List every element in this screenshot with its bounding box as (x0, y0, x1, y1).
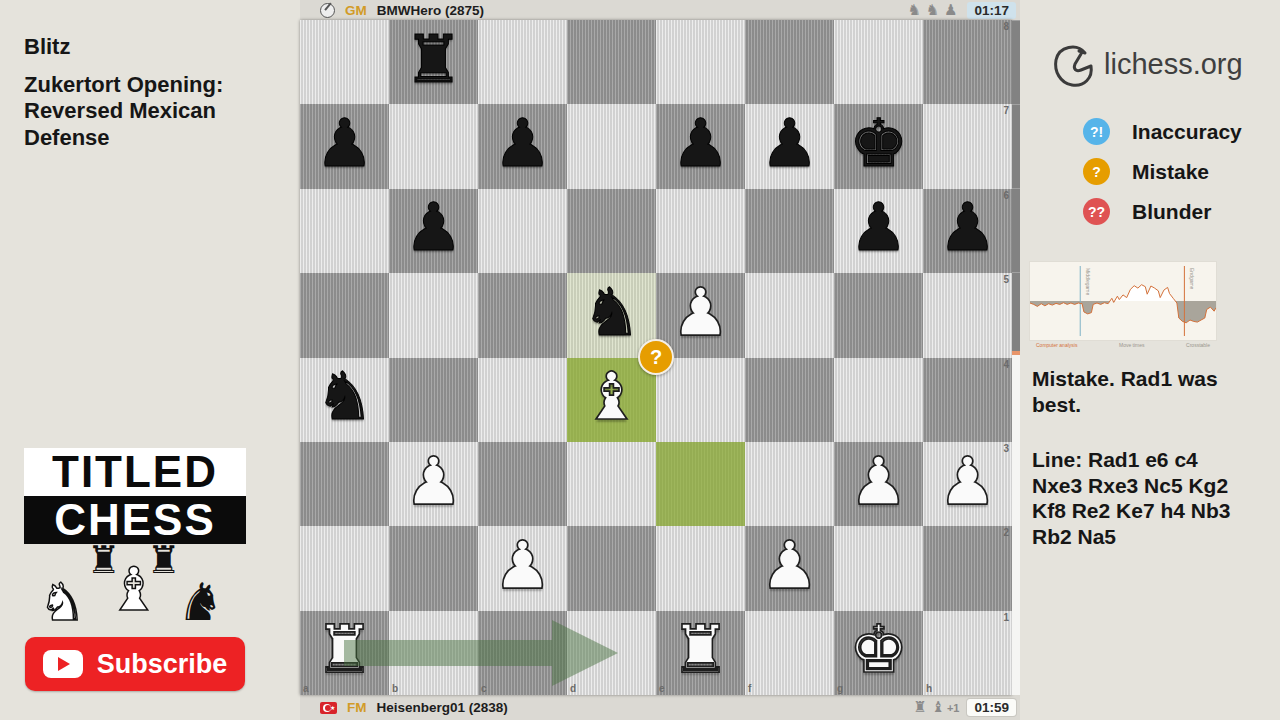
piece-white-pawn-f2[interactable]: ♟ (745, 526, 834, 610)
svg-text:Middlegame: Middlegame (1085, 268, 1091, 295)
square-f2[interactable]: ♟ (745, 526, 834, 610)
top-player-name[interactable]: BMWHero (2875) (377, 3, 484, 18)
square-h4[interactable]: 4 (923, 358, 1012, 442)
advantage-chart[interactable]: MiddlegameEndgame (1030, 262, 1216, 340)
piece-black-rook-b8[interactable]: ♜ (389, 20, 478, 104)
top-player-title: GM (345, 3, 367, 18)
square-h1[interactable]: h1 (923, 611, 1012, 695)
piece-black-pawn-b6[interactable]: ♟ (389, 189, 478, 273)
square-h3[interactable]: ♟3 (923, 442, 1012, 526)
square-g2[interactable] (834, 526, 923, 610)
rank-label-7: 7 (1003, 105, 1009, 116)
square-g7[interactable]: ♚ (834, 104, 923, 188)
square-d7[interactable] (567, 104, 656, 188)
square-d8[interactable] (567, 20, 656, 104)
square-g4[interactable] (834, 358, 923, 442)
file-label-g: g (837, 683, 843, 694)
square-a3[interactable] (300, 442, 389, 526)
square-h7[interactable]: 7 (923, 104, 1012, 188)
site-name-label: lichess.org (1104, 48, 1243, 81)
square-b5[interactable] (389, 273, 478, 357)
square-a5[interactable] (300, 273, 389, 357)
rank-label-2: 2 (1003, 527, 1009, 538)
top-captured-pieces: ♞ ♞ ♟ (908, 3, 958, 18)
square-a2[interactable] (300, 526, 389, 610)
square-c2[interactable]: ♟ (478, 526, 567, 610)
square-f5[interactable] (745, 273, 834, 357)
piece-black-king-g7[interactable]: ♚ (834, 104, 923, 188)
rank-label-4: 4 (1003, 359, 1009, 370)
piece-white-pawn-h3[interactable]: ♟ (923, 442, 1012, 526)
square-f8[interactable] (745, 20, 834, 104)
square-c5[interactable] (478, 273, 567, 357)
square-h6[interactable]: ♟6 (923, 189, 1012, 273)
bottom-captured-pieces: ♜ ♝ (913, 700, 945, 715)
square-f7[interactable]: ♟ (745, 104, 834, 188)
bottom-player-bar: ★ FM Heisenberg01 (2838) ♜ ♝ +1 01:59 (300, 695, 1020, 720)
legend-inaccuracy-label: Inaccuracy (1132, 120, 1242, 144)
square-g6[interactable]: ♟ (834, 189, 923, 273)
tab-crosstable[interactable]: Crosstable (1186, 342, 1210, 348)
file-label-h: h (926, 683, 932, 694)
chess-pieces-emblem-icon: ♜ ♜ ♝ ♞ ♞ (35, 546, 235, 630)
square-e2[interactable] (656, 526, 745, 610)
piece-black-pawn-c7[interactable]: ♟ (478, 104, 567, 188)
square-b2[interactable] (389, 526, 478, 610)
channel-logo-top-text: TITLED (24, 448, 246, 496)
piece-black-pawn-e7[interactable]: ♟ (656, 104, 745, 188)
mistake-glyph-badge: ? (638, 339, 674, 375)
square-f6[interactable] (745, 189, 834, 273)
tab-computer-analysis[interactable]: Computer analysis (1036, 342, 1077, 348)
square-a4[interactable]: ♞ (300, 358, 389, 442)
square-h2[interactable]: 2 (923, 526, 1012, 610)
square-b1[interactable]: b (389, 611, 478, 695)
square-d3[interactable] (567, 442, 656, 526)
subscribe-button-label: Subscribe (97, 649, 228, 680)
square-c7[interactable]: ♟ (478, 104, 567, 188)
square-b4[interactable] (389, 358, 478, 442)
file-label-a: a (303, 683, 309, 694)
bottom-player-name[interactable]: Heisenberg01 (2838) (377, 700, 508, 715)
square-f3[interactable] (745, 442, 834, 526)
opening-name-label: Zukertort Opening: Reversed Mexican Defe… (24, 72, 274, 151)
legend-inaccuracy-icon: ?! (1083, 118, 1110, 145)
judgment-legend: ?!Inaccuracy?Mistake??Blunder (1083, 118, 1242, 225)
square-c3[interactable] (478, 442, 567, 526)
emblem-knight-right-icon: ♞ (177, 572, 224, 632)
emblem-knight-left-icon: ♞ (39, 572, 86, 632)
tab-move-times[interactable]: Move times (1119, 342, 1145, 348)
evaluation-bar-black-part (1012, 20, 1020, 353)
square-b7[interactable] (389, 104, 478, 188)
analysis-tabs: Computer analysisMove timesCrosstable (1030, 342, 1216, 348)
piece-white-king-g1[interactable]: ♚ (834, 611, 923, 695)
game-type-label: Blitz (24, 34, 70, 60)
legend-blunder-icon: ?? (1083, 198, 1110, 225)
engine-line-text: Line: Rad1 e6 c4 Nxe3 Rxe3 Nc5 Kg2 Kf8 R… (1032, 447, 1250, 549)
bottom-player-clock: 01:59 (967, 699, 1016, 716)
file-label-b: b (392, 683, 398, 694)
legend-row-blunder: ??Blunder (1083, 198, 1242, 225)
file-label-c: c (481, 683, 487, 694)
piece-black-pawn-g6[interactable]: ♟ (834, 189, 923, 273)
bottom-material-diff: +1 (947, 702, 960, 714)
rank-label-6: 6 (1003, 190, 1009, 201)
square-g8[interactable] (834, 20, 923, 104)
square-f1[interactable]: f (745, 611, 834, 695)
square-g1[interactable]: ♚g (834, 611, 923, 695)
chess-board[interactable]: ? ♜8♟♟♟♟♚7♟♟♟6♞♟5♞♝4♟♟♟3♟♟2♜abcd♜ef♚gh1 (300, 20, 1012, 695)
rank-label-1: 1 (1003, 612, 1009, 623)
square-c1[interactable]: c (478, 611, 567, 695)
square-b8[interactable]: ♜ (389, 20, 478, 104)
square-e8[interactable] (656, 20, 745, 104)
square-d1[interactable]: d (567, 611, 656, 695)
square-c4[interactable] (478, 358, 567, 442)
emblem-bishop-icon: ♝ (107, 554, 161, 624)
channel-logo: TITLED CHESS (24, 448, 246, 544)
bottom-player-title: FM (347, 700, 367, 715)
square-h5[interactable]: 5 (923, 273, 1012, 357)
player-flair-icon (320, 3, 335, 18)
piece-black-pawn-h6[interactable]: ♟ (923, 189, 1012, 273)
square-a8[interactable] (300, 20, 389, 104)
top-player-bar: GM BMWHero (2875) ♞ ♞ ♟ 01:17 (300, 0, 1020, 20)
file-label-f: f (748, 683, 751, 694)
svg-text:Endgame: Endgame (1189, 268, 1195, 290)
rank-label-8: 8 (1003, 21, 1009, 32)
square-f4[interactable] (745, 358, 834, 442)
legend-mistake-icon: ? (1083, 158, 1110, 185)
piece-white-rook-a1[interactable]: ♜ (300, 611, 389, 695)
top-player-clock: 01:17 (967, 2, 1016, 19)
judgment-text: Mistake. Rad1 was best. (1032, 366, 1247, 417)
square-c8[interactable] (478, 20, 567, 104)
file-label-d: d (570, 683, 576, 694)
piece-black-knight-a4[interactable]: ♞ (300, 358, 389, 442)
square-h8[interactable]: 8 (923, 20, 1012, 104)
piece-white-rook-e1[interactable]: ♜ (656, 611, 745, 695)
square-d6[interactable] (567, 189, 656, 273)
square-b3[interactable]: ♟ (389, 442, 478, 526)
square-e3[interactable] (656, 442, 745, 526)
square-g3[interactable]: ♟ (834, 442, 923, 526)
evaluation-bar-marker (1012, 351, 1020, 355)
square-c6[interactable] (478, 189, 567, 273)
legend-row-mistake: ?Mistake (1083, 158, 1242, 185)
legend-mistake-label: Mistake (1132, 160, 1209, 184)
square-a1[interactable]: ♜a (300, 611, 389, 695)
piece-black-pawn-f7[interactable]: ♟ (745, 104, 834, 188)
file-label-e: e (659, 683, 665, 694)
square-d4[interactable]: ♝ (567, 358, 656, 442)
legend-blunder-label: Blunder (1132, 200, 1211, 224)
channel-logo-bottom-text: CHESS (24, 496, 246, 544)
square-e7[interactable]: ♟ (656, 104, 745, 188)
square-a7[interactable]: ♟ (300, 104, 389, 188)
square-a6[interactable] (300, 189, 389, 273)
rank-label-5: 5 (1003, 274, 1009, 285)
lichess-knight-icon (1048, 40, 1098, 90)
square-e6[interactable] (656, 189, 745, 273)
highlight-e3 (656, 442, 745, 526)
square-b6[interactable]: ♟ (389, 189, 478, 273)
square-d2[interactable] (567, 526, 656, 610)
square-e4[interactable] (656, 358, 745, 442)
piece-white-pawn-b3[interactable]: ♟ (389, 442, 478, 526)
rank-label-3: 3 (1003, 443, 1009, 454)
subscribe-button[interactable]: Subscribe (25, 637, 245, 691)
youtube-play-icon (43, 650, 83, 678)
square-e1[interactable]: ♜e (656, 611, 745, 695)
legend-row-inaccuracy: ?!Inaccuracy (1083, 118, 1242, 145)
turkey-flag-icon: ★ (320, 702, 337, 714)
evaluation-bar (1012, 20, 1020, 695)
square-g5[interactable] (834, 273, 923, 357)
piece-white-pawn-g3[interactable]: ♟ (834, 442, 923, 526)
piece-black-pawn-a7[interactable]: ♟ (300, 104, 389, 188)
piece-white-pawn-c2[interactable]: ♟ (478, 526, 567, 610)
piece-white-bishop-d4[interactable]: ♝ (567, 358, 656, 442)
